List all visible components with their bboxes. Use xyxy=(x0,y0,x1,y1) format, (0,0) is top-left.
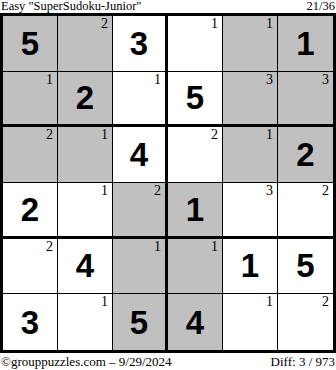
cell-r5c3[interactable]: 1 xyxy=(113,239,168,295)
difficulty-text: Diff: 3 / 973 xyxy=(271,354,335,369)
cell-r6c6[interactable]: 2 xyxy=(278,294,333,350)
cell-r3c2[interactable]: 1 xyxy=(58,127,113,183)
cell-r3c4[interactable]: 2 xyxy=(168,127,223,183)
cell-value: 3 xyxy=(130,27,148,60)
pencil-mark: 1 xyxy=(101,128,108,142)
pencil-mark: 3 xyxy=(266,184,273,198)
cell-value: 4 xyxy=(186,306,204,339)
cell-r2c4[interactable]: 5 xyxy=(168,72,223,128)
pencil-mark: 2 xyxy=(154,184,161,198)
cell-r4c4[interactable]: 1 xyxy=(168,183,223,239)
cell-value: 2 xyxy=(76,81,94,114)
cell-r4c5[interactable]: 3 xyxy=(223,183,278,239)
cell-r6c4[interactable]: 4 xyxy=(168,294,223,350)
pencil-mark: 1 xyxy=(46,73,53,87)
cell-r1c6[interactable]: 1 xyxy=(278,16,333,72)
pencil-mark: 2 xyxy=(101,17,108,31)
puzzle-footer: ©grouppuzzles.com – 9/29/2024 Diff: 3 / … xyxy=(0,354,336,369)
cell-r3c1[interactable]: 2 xyxy=(3,127,58,183)
cell-r1c1[interactable]: 5 xyxy=(3,16,58,72)
cell-r5c6[interactable]: 5 xyxy=(278,239,333,295)
pencil-mark: 1 xyxy=(101,184,108,198)
cell-r1c5[interactable]: 1 xyxy=(223,16,278,72)
cell-value: 2 xyxy=(296,138,314,171)
cell-value: 3 xyxy=(21,306,39,339)
pencil-mark: 1 xyxy=(154,240,161,254)
pencil-mark: 3 xyxy=(266,73,273,87)
cell-r2c3[interactable]: 1 xyxy=(113,72,168,128)
cell-r3c6[interactable]: 2 xyxy=(278,127,333,183)
cell-r3c5[interactable]: 1 xyxy=(223,127,278,183)
cell-r2c6[interactable]: 3 xyxy=(278,72,333,128)
pencil-mark: 2 xyxy=(46,128,53,142)
cell-r4c3[interactable]: 2 xyxy=(113,183,168,239)
cell-r6c5[interactable]: 1 xyxy=(223,294,278,350)
cell-value: 5 xyxy=(296,249,314,282)
puzzle-title: Easy "SuperSudoku-Junior" xyxy=(1,0,141,13)
cell-value: 1 xyxy=(296,27,314,60)
pencil-mark: 1 xyxy=(211,17,218,31)
pencil-mark: 1 xyxy=(266,128,273,142)
cell-r2c5[interactable]: 3 xyxy=(223,72,278,128)
cell-r2c2[interactable]: 2 xyxy=(58,72,113,128)
cell-value: 1 xyxy=(241,249,259,282)
cell-r5c5[interactable]: 1 xyxy=(223,239,278,295)
pencil-mark: 1 xyxy=(211,240,218,254)
cell-r5c4[interactable]: 1 xyxy=(168,239,223,295)
puzzle-counter: 21/36 xyxy=(307,0,335,13)
pencil-mark: 2 xyxy=(211,128,218,142)
cell-value: 2 xyxy=(21,193,39,226)
cell-r5c1[interactable]: 2 xyxy=(3,239,58,295)
cell-r2c1[interactable]: 1 xyxy=(3,72,58,128)
cell-r3c3[interactable]: 4 xyxy=(113,127,168,183)
cell-r6c1[interactable]: 3 xyxy=(3,294,58,350)
cell-r4c6[interactable]: 2 xyxy=(278,183,333,239)
pencil-mark: 2 xyxy=(322,184,329,198)
cell-value: 5 xyxy=(130,306,148,339)
pencil-mark: 1 xyxy=(101,295,108,309)
cell-r4c2[interactable]: 1 xyxy=(58,183,113,239)
cell-r6c3[interactable]: 5 xyxy=(113,294,168,350)
cell-value: 1 xyxy=(186,193,204,226)
pencil-mark: 1 xyxy=(266,17,273,31)
pencil-mark: 2 xyxy=(322,295,329,309)
cell-r5c2[interactable]: 4 xyxy=(58,239,113,295)
puzzle-header: Easy "SuperSudoku-Junior" 21/36 xyxy=(0,0,336,13)
copyright-text: ©grouppuzzles.com – 9/29/2024 xyxy=(1,354,172,369)
cell-r1c2[interactable]: 2 xyxy=(58,16,113,72)
cell-r6c2[interactable]: 1 xyxy=(58,294,113,350)
sudoku-grid: 523111121533214212212132241115315412 xyxy=(0,13,336,353)
cell-r4c1[interactable]: 2 xyxy=(3,183,58,239)
cell-value: 5 xyxy=(186,81,204,114)
cell-value: 4 xyxy=(76,249,94,282)
cell-value: 5 xyxy=(21,27,39,60)
cell-value: 4 xyxy=(130,138,148,171)
cell-r1c3[interactable]: 3 xyxy=(113,16,168,72)
pencil-mark: 2 xyxy=(46,240,53,254)
cell-r1c4[interactable]: 1 xyxy=(168,16,223,72)
pencil-mark: 1 xyxy=(266,295,273,309)
pencil-mark: 3 xyxy=(322,73,329,87)
pencil-mark: 1 xyxy=(154,73,161,87)
